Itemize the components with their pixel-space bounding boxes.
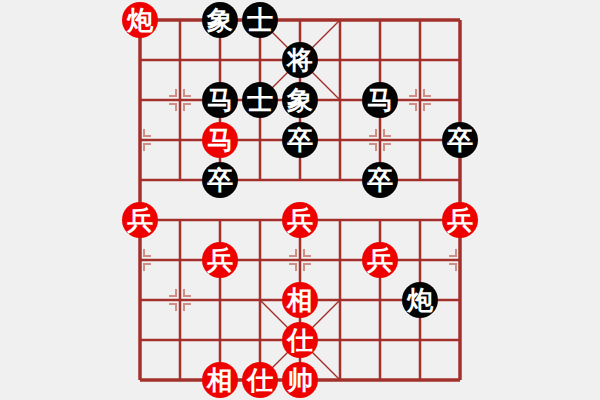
piece-black-advisor[interactable]: 士 [242,82,278,118]
piece-red-soldier[interactable]: 兵 [442,202,478,238]
piece-black-soldier[interactable]: 卒 [442,122,478,158]
piece-black-advisor[interactable]: 士 [242,2,278,38]
piece-black-horse[interactable]: 马 [362,82,398,118]
piece-red-elephant[interactable]: 相 [202,362,238,398]
piece-black-elephant[interactable]: 象 [282,82,318,118]
xiangqi-board: 炮象士将马士象马马卒卒卒卒兵兵兵兵兵相炮仕相仕帅 [0,0,600,400]
piece-red-advisor[interactable]: 仕 [242,362,278,398]
piece-red-cannon[interactable]: 炮 [122,2,158,38]
piece-red-general[interactable]: 帅 [282,362,318,398]
piece-black-cannon[interactable]: 炮 [402,282,438,318]
piece-black-horse[interactable]: 马 [202,82,238,118]
piece-red-soldier[interactable]: 兵 [122,202,158,238]
piece-red-horse[interactable]: 马 [202,122,238,158]
piece-red-soldier[interactable]: 兵 [362,242,398,278]
piece-black-elephant[interactable]: 象 [202,2,238,38]
piece-red-advisor[interactable]: 仕 [282,322,318,358]
piece-black-soldier[interactable]: 卒 [362,162,398,198]
piece-red-elephant[interactable]: 相 [282,282,318,318]
piece-black-general[interactable]: 将 [282,42,318,78]
piece-black-soldier[interactable]: 卒 [282,122,318,158]
piece-black-soldier[interactable]: 卒 [202,162,238,198]
piece-red-soldier[interactable]: 兵 [282,202,318,238]
piece-red-soldier[interactable]: 兵 [202,242,238,278]
pieces-layer: 炮象士将马士象马马卒卒卒卒兵兵兵兵兵相炮仕相仕帅 [120,0,480,400]
